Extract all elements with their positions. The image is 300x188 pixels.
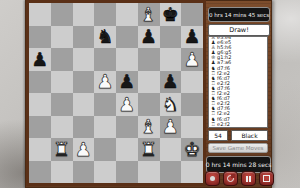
white-knight: ♞: [160, 93, 182, 116]
square-g4[interactable]: ♞: [160, 93, 182, 116]
square-f5[interactable]: [138, 71, 160, 94]
white-pawn: ♟: [73, 138, 95, 161]
square-e7[interactable]: [116, 26, 138, 49]
square-g5[interactable]: ♟: [160, 71, 182, 94]
square-b4[interactable]: [51, 93, 73, 116]
black-pawn: ♟: [138, 26, 160, 49]
square-f7[interactable]: ♟: [138, 26, 160, 49]
result-banner: Draw!: [208, 24, 270, 36]
black-pawn: ♟: [116, 71, 138, 94]
white-bishop: ♝: [138, 116, 160, 139]
square-b6[interactable]: [51, 48, 73, 71]
stop-button[interactable]: [259, 171, 274, 186]
square-a5[interactable]: [29, 71, 51, 94]
square-c4[interactable]: [73, 93, 95, 116]
square-d4[interactable]: [94, 93, 116, 116]
square-a7[interactable]: [29, 26, 51, 49]
timer-bottom-text: 0 hrs 14 mins 28 secs: [206, 161, 272, 168]
square-d8[interactable]: [94, 3, 116, 26]
black-pawn: ♟: [29, 48, 51, 71]
black-king: ♚: [160, 3, 182, 26]
white-king: ♚: [181, 138, 203, 161]
move-number-box: 54: [208, 130, 228, 141]
square-a6[interactable]: ♟: [29, 48, 51, 71]
square-f6[interactable]: [138, 48, 160, 71]
stop-icon: [263, 175, 270, 182]
square-c3[interactable]: [73, 116, 95, 139]
timer-top-text: 0 hrs 14 mins 45 secs: [209, 12, 269, 18]
pause-button[interactable]: [241, 171, 256, 186]
square-d7[interactable]: ♞: [94, 26, 116, 49]
black-pawn: ♟: [181, 26, 203, 49]
save-game-moves-label: Save Game Moves: [213, 145, 264, 151]
square-a4[interactable]: [29, 93, 51, 116]
app-window: ♝♚♞♟♟♟♟♟♟♟♟♞♝♟♜♟♜♚ 0 hrs 14 mins 45 secs…: [0, 0, 300, 188]
square-e8[interactable]: [116, 3, 138, 26]
white-pawn: ♟: [94, 71, 116, 94]
record-icon: [210, 176, 215, 181]
square-f4[interactable]: [138, 93, 160, 116]
media-controls: [205, 171, 277, 187]
white-pawn: ♟: [181, 48, 203, 71]
square-b2[interactable]: ♜: [51, 138, 73, 161]
square-e4[interactable]: ♟: [116, 93, 138, 116]
square-c6[interactable]: [73, 48, 95, 71]
square-g1[interactable]: [160, 161, 182, 184]
square-b7[interactable]: [51, 26, 73, 49]
square-h2[interactable]: ♚: [181, 138, 203, 161]
square-g3[interactable]: ♟: [160, 116, 182, 139]
square-h6[interactable]: ♟: [181, 48, 203, 71]
square-c1[interactable]: [73, 161, 95, 184]
timer-top: 0 hrs 14 mins 45 secs: [208, 7, 270, 22]
square-f3[interactable]: ♝: [138, 116, 160, 139]
square-b1[interactable]: [51, 161, 73, 184]
save-game-moves-button[interactable]: Save Game Moves: [208, 143, 268, 153]
white-bishop: ♝: [138, 3, 160, 26]
square-b8[interactable]: [51, 3, 73, 26]
square-g2[interactable]: [160, 138, 182, 161]
square-a2[interactable]: [29, 138, 51, 161]
square-f2[interactable]: ♜: [138, 138, 160, 161]
square-d3[interactable]: [94, 116, 116, 139]
result-banner-text: Draw!: [229, 26, 249, 34]
square-d2[interactable]: [94, 138, 116, 161]
side-to-move-box: Black: [231, 130, 268, 141]
square-g7[interactable]: [160, 26, 182, 49]
move-row: ♖ e2:f2: [211, 122, 267, 127]
square-b3[interactable]: [51, 116, 73, 139]
square-a8[interactable]: [29, 3, 51, 26]
side-to-move-text: Black: [241, 132, 257, 139]
square-a3[interactable]: [29, 116, 51, 139]
square-h1[interactable]: [181, 161, 203, 184]
square-e6[interactable]: [116, 48, 138, 71]
square-a1[interactable]: [29, 161, 51, 184]
white-pawn: ♟: [160, 116, 182, 139]
square-c7[interactable]: [73, 26, 95, 49]
chess-board: ♝♚♞♟♟♟♟♟♟♟♟♞♝♟♜♟♜♚: [29, 3, 203, 183]
square-h8[interactable]: [181, 3, 203, 26]
square-e1[interactable]: [116, 161, 138, 184]
square-c5[interactable]: [73, 71, 95, 94]
move-list[interactable]: ♙ e3:e4♟ e6:e5♙ h5:h6♟ g6:g5♔ g1:h2♟ a7:…: [208, 36, 268, 128]
square-g8[interactable]: ♚: [160, 3, 182, 26]
square-c2[interactable]: ♟: [73, 138, 95, 161]
move-number-text: 54: [214, 132, 222, 139]
white-pawn: ♟: [116, 93, 138, 116]
square-d1[interactable]: [94, 161, 116, 184]
square-e3[interactable]: [116, 116, 138, 139]
black-knight: ♞: [94, 26, 116, 49]
replay-button[interactable]: [223, 171, 238, 186]
square-e5[interactable]: ♟: [116, 71, 138, 94]
square-h3[interactable]: [181, 116, 203, 139]
replay-icon: [227, 175, 234, 182]
pause-icon: [246, 176, 252, 182]
square-e2[interactable]: [116, 138, 138, 161]
square-c8[interactable]: [73, 3, 95, 26]
square-d5[interactable]: ♟: [94, 71, 116, 94]
square-h5[interactable]: [181, 71, 203, 94]
square-g6[interactable]: [160, 48, 182, 71]
square-b5[interactable]: [51, 71, 73, 94]
square-h4[interactable]: [181, 93, 203, 116]
square-f1[interactable]: [138, 161, 160, 184]
black-pawn: ♟: [160, 71, 182, 94]
white-rook: ♜: [51, 138, 73, 161]
square-h7[interactable]: ♟: [181, 26, 203, 49]
white-rook: ♜: [138, 138, 160, 161]
square-f8[interactable]: ♝: [138, 3, 160, 26]
square-d6[interactable]: [94, 48, 116, 71]
record-button[interactable]: [205, 171, 220, 186]
